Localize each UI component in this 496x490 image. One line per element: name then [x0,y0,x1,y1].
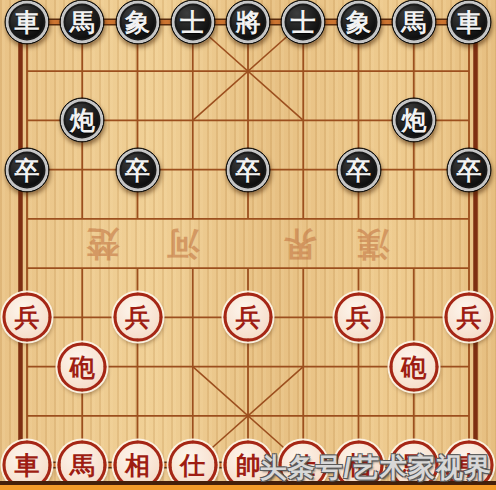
red-cannon[interactable]: 砲 [58,342,107,391]
board-grid-lines [0,0,496,490]
black-general[interactable]: 將 [226,0,271,45]
black-soldier[interactable]: 卒 [5,147,50,192]
black-advisor[interactable]: 士 [281,0,326,45]
red-soldier[interactable]: 兵 [224,293,273,342]
red-soldier[interactable]: 兵 [3,293,52,342]
red-soldier[interactable]: 兵 [334,293,383,342]
red-soldier[interactable]: 兵 [113,293,162,342]
river-label: 界 [284,221,317,266]
black-elephant[interactable]: 象 [115,0,160,45]
black-advisor[interactable]: 士 [170,0,215,45]
red-soldier[interactable]: 兵 [445,293,494,342]
black-chariot[interactable]: 車 [447,0,492,45]
black-horse[interactable]: 馬 [391,0,436,45]
xiangqi-board: 楚河界漢 車馬象士將士象馬車炮炮卒卒卒卒卒兵兵兵兵兵砲砲車馬相仕帥仕相馬車 头条… [0,0,496,490]
red-cannon[interactable]: 砲 [389,342,438,391]
black-cannon[interactable]: 炮 [60,98,105,143]
black-elephant[interactable]: 象 [336,0,381,45]
black-cannon[interactable]: 炮 [391,98,436,143]
black-soldier[interactable]: 卒 [447,147,492,192]
black-soldier[interactable]: 卒 [226,147,271,192]
black-horse[interactable]: 馬 [60,0,105,45]
black-soldier[interactable]: 卒 [115,147,160,192]
black-soldier[interactable]: 卒 [336,147,381,192]
river-label: 漢 [357,221,390,266]
river-label: 楚 [87,221,120,266]
river-label: 河 [167,221,200,266]
bottom-frame-orange-strip [0,485,496,490]
black-chariot[interactable]: 車 [5,0,50,45]
